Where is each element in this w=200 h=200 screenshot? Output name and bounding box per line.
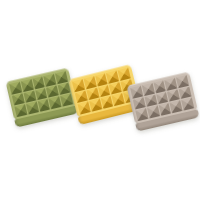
ice-cube-cavity <box>153 80 166 93</box>
ice-cube-cavity <box>78 102 91 115</box>
ice-cube-cavity <box>147 106 160 119</box>
ice-cube-cavity <box>21 79 34 92</box>
ice-cube-cavity <box>165 78 178 91</box>
ice-cube-cavity <box>49 96 62 109</box>
ice-cube-tray-green <box>6 67 79 127</box>
ice-cube-cavity <box>55 71 68 84</box>
ice-cube-cavity <box>44 74 57 87</box>
ice-cube-cavity <box>176 75 189 88</box>
ice-cube-tray-beige <box>127 71 200 131</box>
ice-cube-cavity <box>14 104 27 117</box>
ice-cube-cavity <box>170 100 183 113</box>
ice-cube-cavity <box>26 102 39 115</box>
ice-cube-cavity <box>32 76 45 89</box>
ice-cube-cavity <box>130 86 143 99</box>
product-photo-scene <box>0 0 200 200</box>
ice-cube-cavity <box>142 83 155 96</box>
ice-cube-cavity <box>135 108 148 121</box>
ice-cube-cavity <box>37 99 50 112</box>
ice-cube-cavity <box>9 82 22 95</box>
ice-cube-cavity <box>89 99 102 112</box>
ice-cube-cavity <box>158 103 171 116</box>
ice-cube-cavity <box>181 98 194 111</box>
